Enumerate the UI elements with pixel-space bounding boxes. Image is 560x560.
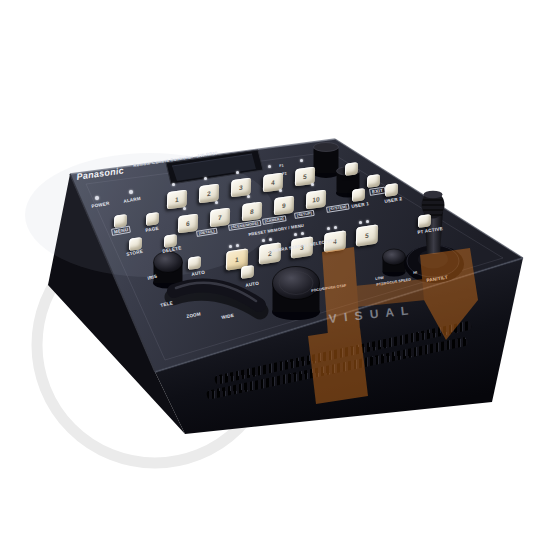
preset-key-3-led	[236, 171, 239, 174]
preset-key-5-led	[300, 159, 303, 162]
f2-dial-label: F2	[282, 171, 287, 176]
focus-knob[interactable]	[272, 267, 320, 321]
speed-hi-label: HI	[413, 270, 417, 275]
camera-key-1-led-1	[229, 245, 232, 248]
camera-key-3-led-2	[301, 232, 304, 235]
power-led	[95, 196, 99, 200]
camera-key-2-led-1	[262, 239, 265, 242]
device-illustration	[0, 0, 560, 560]
preset-key-10-led	[311, 183, 314, 186]
camera-key-3-led-1	[294, 233, 297, 236]
preset-key-4-led	[268, 165, 271, 168]
preset-key-2-led	[204, 177, 207, 180]
alarm-led	[129, 190, 133, 194]
preset-key-9-led	[279, 189, 282, 192]
preset-key-7-led	[215, 201, 218, 204]
camera-key-5-led-2	[366, 220, 369, 223]
camera-key-5-led-1	[359, 221, 362, 224]
camera-key-4-led-1	[327, 227, 330, 230]
camera-select-key-5[interactable]: 5	[356, 224, 378, 246]
camera-key-2-led-2	[269, 238, 272, 241]
preset-key-1-led	[172, 183, 175, 186]
preset-key-8[interactable]: 8	[242, 201, 262, 221]
preset-key-10[interactable]: 10	[306, 189, 326, 209]
product-photo: Panasonic Remote Camera ControllerAW-RP5…	[0, 0, 560, 560]
preset-key-8-led	[247, 195, 250, 198]
f1-dial-label: F1	[279, 163, 284, 168]
speed-knob[interactable]	[383, 249, 406, 277]
camera-key-4-led-2	[334, 226, 337, 229]
camera-key-1-led-2	[236, 244, 239, 247]
f1-dial[interactable]	[313, 143, 339, 179]
preset-key-9[interactable]: 9	[274, 195, 294, 215]
preset-key-6-led	[183, 207, 186, 210]
